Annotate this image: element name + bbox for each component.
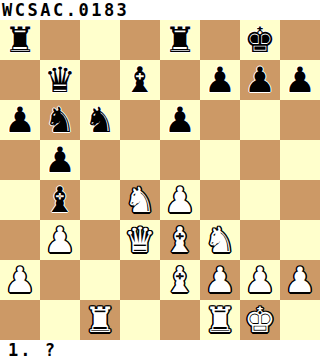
piece-black-rook-e8: ♜ (160, 20, 200, 60)
piece-white-pawn-f2: ♟ (200, 260, 240, 300)
piece-black-knight-c6: ♞ (80, 100, 120, 140)
square-e8[interactable]: ♜ (160, 20, 200, 60)
piece-black-pawn-f7: ♟ (200, 60, 240, 100)
square-a4[interactable] (0, 180, 40, 220)
square-e3[interactable]: ♝ (160, 220, 200, 260)
square-c5[interactable] (80, 140, 120, 180)
square-h5[interactable] (280, 140, 320, 180)
square-g6[interactable] (240, 100, 280, 140)
puzzle-id-label: WCSAC.0183 (2, 0, 129, 20)
square-a7[interactable] (0, 60, 40, 100)
square-d6[interactable] (120, 100, 160, 140)
piece-white-bishop-e3: ♝ (160, 220, 200, 260)
square-c3[interactable] (80, 220, 120, 260)
piece-white-pawn-g2: ♟ (240, 260, 280, 300)
piece-black-knight-b6: ♞ (40, 100, 80, 140)
square-f5[interactable] (200, 140, 240, 180)
square-b5[interactable]: ♟ (40, 140, 80, 180)
square-g4[interactable] (240, 180, 280, 220)
square-e1[interactable] (160, 300, 200, 340)
square-g3[interactable] (240, 220, 280, 260)
square-f8[interactable] (200, 20, 240, 60)
square-h4[interactable] (280, 180, 320, 220)
square-e6[interactable]: ♟ (160, 100, 200, 140)
square-g5[interactable] (240, 140, 280, 180)
square-f6[interactable] (200, 100, 240, 140)
square-f3[interactable]: ♞ (200, 220, 240, 260)
square-a1[interactable] (0, 300, 40, 340)
square-c6[interactable]: ♞ (80, 100, 120, 140)
square-e4[interactable]: ♟ (160, 180, 200, 220)
square-b4[interactable]: ♝ (40, 180, 80, 220)
square-c2[interactable] (80, 260, 120, 300)
square-c7[interactable] (80, 60, 120, 100)
piece-white-rook-c1: ♜ (80, 300, 120, 340)
piece-black-pawn-h7: ♟ (280, 60, 320, 100)
square-c8[interactable] (80, 20, 120, 60)
piece-white-pawn-h2: ♟ (280, 260, 320, 300)
square-f1[interactable]: ♜ (200, 300, 240, 340)
square-d1[interactable] (120, 300, 160, 340)
square-a2[interactable]: ♟ (0, 260, 40, 300)
piece-white-queen-d3: ♛ (120, 220, 160, 260)
square-g7[interactable]: ♟ (240, 60, 280, 100)
square-a5[interactable] (0, 140, 40, 180)
chess-board: ♜♜♚♛♝♟♟♟♟♞♞♟♟♝♞♟♟♛♝♞♟♝♟♟♟♜♜♚ (0, 20, 320, 340)
footer: 1. ? (0, 340, 320, 360)
square-e2[interactable]: ♝ (160, 260, 200, 300)
chess-puzzle-page: WCSAC.0183 ♜♜♚♛♝♟♟♟♟♞♞♟♟♝♞♟♟♛♝♞♟♝♟♟♟♜♜♚ … (0, 0, 320, 360)
square-g1[interactable]: ♚ (240, 300, 280, 340)
square-f4[interactable] (200, 180, 240, 220)
piece-black-pawn-b5: ♟ (40, 140, 80, 180)
square-d8[interactable] (120, 20, 160, 60)
piece-black-pawn-g7: ♟ (240, 60, 280, 100)
square-b6[interactable]: ♞ (40, 100, 80, 140)
square-b1[interactable] (40, 300, 80, 340)
piece-black-pawn-e6: ♟ (160, 100, 200, 140)
piece-black-king-g8: ♚ (240, 20, 280, 60)
square-d7[interactable]: ♝ (120, 60, 160, 100)
square-b8[interactable] (40, 20, 80, 60)
header: WCSAC.0183 (0, 0, 320, 20)
square-e7[interactable] (160, 60, 200, 100)
square-h2[interactable]: ♟ (280, 260, 320, 300)
square-a3[interactable] (0, 220, 40, 260)
square-b3[interactable]: ♟ (40, 220, 80, 260)
move-prompt: 1. ? (8, 340, 57, 360)
square-g8[interactable]: ♚ (240, 20, 280, 60)
square-b2[interactable] (40, 260, 80, 300)
square-a8[interactable]: ♜ (0, 20, 40, 60)
square-c4[interactable] (80, 180, 120, 220)
square-h3[interactable] (280, 220, 320, 260)
piece-white-rook-f1: ♜ (200, 300, 240, 340)
square-f2[interactable]: ♟ (200, 260, 240, 300)
square-d4[interactable]: ♞ (120, 180, 160, 220)
piece-black-rook-a8: ♜ (0, 20, 40, 60)
square-c1[interactable]: ♜ (80, 300, 120, 340)
piece-black-bishop-d7: ♝ (120, 60, 160, 100)
piece-white-pawn-e4: ♟ (160, 180, 200, 220)
piece-black-queen-b7: ♛ (40, 60, 80, 100)
square-a6[interactable]: ♟ (0, 100, 40, 140)
piece-white-knight-f3: ♞ (200, 220, 240, 260)
square-g2[interactable]: ♟ (240, 260, 280, 300)
square-h1[interactable] (280, 300, 320, 340)
square-d5[interactable] (120, 140, 160, 180)
square-h6[interactable] (280, 100, 320, 140)
square-h8[interactable] (280, 20, 320, 60)
square-d3[interactable]: ♛ (120, 220, 160, 260)
square-e5[interactable] (160, 140, 200, 180)
square-f7[interactable]: ♟ (200, 60, 240, 100)
piece-white-bishop-e2: ♝ (160, 260, 200, 300)
piece-black-pawn-a6: ♟ (0, 100, 40, 140)
piece-white-pawn-a2: ♟ (0, 260, 40, 300)
piece-white-king-g1: ♚ (240, 300, 280, 340)
piece-black-bishop-b4: ♝ (40, 180, 80, 220)
square-b7[interactable]: ♛ (40, 60, 80, 100)
piece-white-pawn-b3: ♟ (40, 220, 80, 260)
square-d2[interactable] (120, 260, 160, 300)
piece-white-knight-d4: ♞ (120, 180, 160, 220)
square-h7[interactable]: ♟ (280, 60, 320, 100)
